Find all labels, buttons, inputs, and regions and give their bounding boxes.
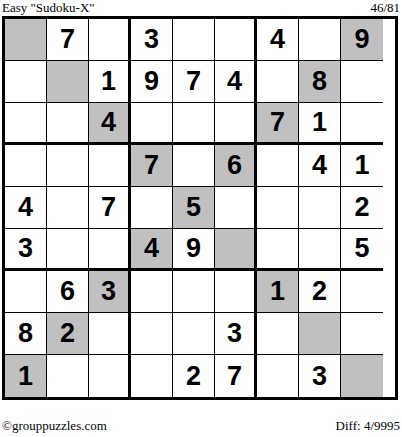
cell-r7c1[interactable] [5,271,47,313]
cell-r1c7: 4 [257,19,299,61]
cell-r7c9[interactable] [341,271,383,313]
cell-r4c5[interactable] [173,145,215,187]
cell-r3c9[interactable] [341,103,383,145]
cell-r3c4[interactable] [131,103,173,145]
cell-r5c4[interactable] [131,187,173,229]
cell-r9c8: 3 [299,355,341,397]
cell-r2c6: 4 [215,61,257,103]
cell-r1c8[interactable] [299,19,341,61]
cell-r1c2: 7 [47,19,89,61]
cell-r8c9[interactable] [341,313,383,355]
cell-r9c1: 1 [5,355,47,397]
cell-r5c2[interactable] [47,187,89,229]
cell-r4c4: 7 [131,145,173,187]
sudoku-board: 73491974847176414752349563128231273 [2,16,398,400]
cell-r6c7[interactable] [257,229,299,271]
footer: ©grouppuzzles.com Diff: 4/9995 [0,419,402,437]
cell-r1c1[interactable] [5,19,47,61]
cell-r2c7[interactable] [257,61,299,103]
cell-r7c7: 1 [257,271,299,313]
cell-r6c2[interactable] [47,229,89,271]
cell-r6c3[interactable] [89,229,131,271]
cell-r4c9: 1 [341,145,383,187]
header: Easy "Sudoku-X" 46/81 [0,0,402,16]
cell-r5c8[interactable] [299,187,341,229]
cell-r7c2: 6 [47,271,89,313]
cell-r1c5[interactable] [173,19,215,61]
cell-r9c5: 2 [173,355,215,397]
cell-r6c1: 3 [5,229,47,271]
cell-r6c6[interactable] [215,229,257,271]
cell-r3c5[interactable] [173,103,215,145]
difficulty-text: Diff: 4/9995 [336,419,400,433]
sudoku-page: Easy "Sudoku-X" 46/81 734919748471764147… [0,0,402,437]
cell-r5c5: 5 [173,187,215,229]
cell-r6c8[interactable] [299,229,341,271]
cell-r8c4[interactable] [131,313,173,355]
cell-r3c3: 4 [89,103,131,145]
cell-r4c3[interactable] [89,145,131,187]
cell-r7c3: 3 [89,271,131,313]
cell-r8c3[interactable] [89,313,131,355]
cell-r7c6[interactable] [215,271,257,313]
cell-r7c4[interactable] [131,271,173,313]
cell-r8c5[interactable] [173,313,215,355]
cell-r2c8: 8 [299,61,341,103]
cell-r2c2[interactable] [47,61,89,103]
cell-r8c6: 3 [215,313,257,355]
cell-r4c7[interactable] [257,145,299,187]
cell-r9c4[interactable] [131,355,173,397]
cell-r9c7[interactable] [257,355,299,397]
cell-r6c4: 4 [131,229,173,271]
cell-r2c4: 9 [131,61,173,103]
cell-r4c6: 6 [215,145,257,187]
remaining-counter: 46/81 [370,1,400,14]
cell-r1c6[interactable] [215,19,257,61]
cell-r5c6[interactable] [215,187,257,229]
cell-r8c2: 2 [47,313,89,355]
cell-r4c8: 4 [299,145,341,187]
cell-r1c4: 3 [131,19,173,61]
cell-r7c8: 2 [299,271,341,313]
cell-r3c6[interactable] [215,103,257,145]
cell-r2c3: 1 [89,61,131,103]
cell-r6c5: 9 [173,229,215,271]
cell-r9c6: 7 [215,355,257,397]
cell-r3c8: 1 [299,103,341,145]
cell-r8c8[interactable] [299,313,341,355]
cell-r2c9[interactable] [341,61,383,103]
cell-r5c9: 2 [341,187,383,229]
cell-r2c1[interactable] [5,61,47,103]
cell-r2c5: 7 [173,61,215,103]
cell-r9c3[interactable] [89,355,131,397]
cell-r1c3[interactable] [89,19,131,61]
cell-r3c1[interactable] [5,103,47,145]
puzzle-title: Easy "Sudoku-X" [2,1,95,14]
copyright-text: ©grouppuzzles.com [2,419,107,433]
cell-r9c2[interactable] [47,355,89,397]
cell-r8c7[interactable] [257,313,299,355]
cell-r5c1: 4 [5,187,47,229]
cell-r5c7[interactable] [257,187,299,229]
cell-r1c9: 9 [341,19,383,61]
cell-r4c2[interactable] [47,145,89,187]
cell-r3c7: 7 [257,103,299,145]
cell-r4c1[interactable] [5,145,47,187]
cell-r7c5[interactable] [173,271,215,313]
cell-r3c2[interactable] [47,103,89,145]
cell-r8c1: 8 [5,313,47,355]
cell-r9c9[interactable] [341,355,383,397]
cell-r5c3: 7 [89,187,131,229]
cell-r6c9: 5 [341,229,383,271]
